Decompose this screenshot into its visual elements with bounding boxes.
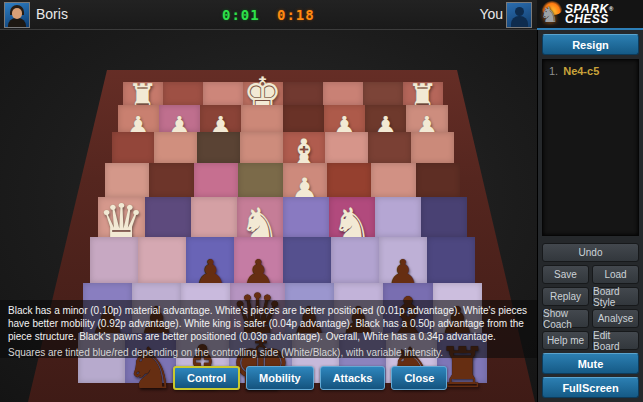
piece-wP-g2[interactable]: ♟ — [168, 119, 191, 133]
square-b1[interactable] — [363, 82, 403, 105]
square-e5[interactable]: ♞ — [237, 197, 283, 237]
left-player-name: Boris — [36, 6, 68, 22]
board-scene: ♜♚♜♟♟♟♟♟♟♝♟♛♞♞♟♟♟♟♟♛♟♟♝♟♞♝♚♞♜ Black has … — [0, 30, 537, 402]
square-c6[interactable] — [331, 237, 379, 283]
avatar-body — [8, 18, 26, 28]
move-number: 1. — [549, 65, 558, 77]
square-b6[interactable]: ♟ — [379, 237, 427, 283]
square-f2[interactable]: ♟ — [200, 105, 241, 132]
mobility-button[interactable]: Mobility — [246, 366, 314, 390]
square-d5[interactable] — [283, 197, 329, 237]
knight-icon: ♞ — [540, 3, 559, 27]
square-f4[interactable] — [194, 163, 238, 197]
sidebar: Resign 1.Ne4-c5 Undo Save Load Replay Bo… — [537, 30, 643, 402]
right-player-name: You — [476, 6, 503, 22]
square-b3[interactable] — [368, 132, 411, 163]
board-rank-5: ♛♞♞ — [98, 197, 467, 237]
top-bar: Boris 0:01 0:18 You — [0, 0, 537, 30]
fullscreen-button[interactable]: FullScreen — [542, 377, 639, 398]
square-a3[interactable] — [411, 132, 454, 163]
piece-wK-e1[interactable]: ♚ — [243, 82, 282, 106]
attacks-button[interactable]: Attacks — [320, 366, 386, 390]
square-g2[interactable]: ♟ — [159, 105, 200, 132]
undo-button[interactable]: Undo — [542, 243, 639, 262]
piece-wP-d4[interactable]: ♟ — [291, 181, 319, 198]
tint-legend-text: Squares are tinted blue/red depending on… — [8, 347, 529, 359]
save-button[interactable]: Save — [542, 265, 589, 284]
move-text: Ne4-c5 — [563, 65, 599, 77]
piece-wP-c2[interactable]: ♟ — [333, 119, 356, 133]
boris-avatar[interactable] — [4, 2, 30, 28]
square-f1[interactable] — [203, 82, 243, 105]
square-h5[interactable]: ♛ — [98, 197, 145, 237]
square-f3[interactable] — [197, 132, 240, 163]
square-h1[interactable]: ♜ — [123, 82, 163, 105]
close-button[interactable]: Close — [391, 366, 447, 390]
piece-wN-e5[interactable]: ♞ — [240, 213, 280, 238]
square-e1[interactable]: ♚ — [243, 82, 283, 105]
square-b4[interactable] — [371, 163, 415, 197]
square-d6[interactable] — [283, 237, 331, 283]
square-e3[interactable] — [240, 132, 283, 163]
square-d4[interactable]: ♟ — [283, 163, 327, 197]
square-h3[interactable] — [112, 132, 155, 163]
board-rank-6: ♟♟♟ — [90, 237, 475, 283]
brand-line2: CHESS — [565, 12, 609, 26]
square-g6[interactable] — [138, 237, 186, 283]
board-style-button[interactable]: Board Style — [592, 287, 639, 306]
board-rank-3: ♝ — [112, 132, 454, 163]
resign-button[interactable]: Resign — [542, 34, 639, 55]
square-f5[interactable] — [191, 197, 237, 237]
square-c3[interactable] — [325, 132, 368, 163]
square-a1[interactable]: ♜ — [403, 82, 443, 105]
control-button[interactable]: Control — [173, 366, 240, 390]
square-c2[interactable]: ♟ — [324, 105, 365, 132]
analysis-text: Black has a minor (0.10p) material advan… — [8, 304, 529, 343]
square-b5[interactable] — [375, 197, 421, 237]
brand-wordmark: SPARK® CHESS — [565, 4, 614, 24]
square-c5[interactable]: ♞ — [329, 197, 375, 237]
piece-wR-a1[interactable]: ♜ — [407, 87, 437, 106]
load-button[interactable]: Load — [592, 265, 639, 284]
square-d2[interactable] — [283, 105, 324, 132]
square-c1[interactable] — [323, 82, 363, 105]
help-me-button[interactable]: Help me — [542, 331, 589, 350]
square-h2[interactable]: ♟ — [118, 105, 159, 132]
square-a4[interactable] — [416, 163, 460, 197]
square-c4[interactable] — [327, 163, 371, 197]
sparkchess-logo: ♞ SPARK® CHESS — [537, 0, 643, 30]
sparkchess-app: Boris 0:01 0:18 You ♞ SPARK® CHESS ♜♚♜♟♟… — [0, 0, 643, 402]
square-h4[interactable] — [105, 163, 149, 197]
piece-wB-d3[interactable]: ♝ — [286, 143, 321, 164]
piece-wP-f2[interactable]: ♟ — [209, 119, 232, 133]
piece-wP-b2[interactable]: ♟ — [374, 119, 397, 133]
square-g1[interactable] — [163, 82, 203, 105]
board-rank-1: ♜♚♜ — [123, 82, 443, 105]
square-b2[interactable]: ♟ — [365, 105, 406, 132]
mute-button[interactable]: Mute — [542, 353, 639, 374]
square-d1[interactable] — [283, 82, 323, 105]
right-clock: 0:18 — [277, 7, 315, 23]
square-a5[interactable] — [421, 197, 467, 237]
analyse-button[interactable]: Analyse — [592, 309, 639, 328]
brand-reg: ® — [609, 6, 614, 12]
square-a2[interactable]: ♟ — [406, 105, 447, 132]
piece-wQ-h5[interactable]: ♛ — [98, 209, 145, 238]
silhouette-body — [511, 16, 528, 28]
square-g5[interactable] — [145, 197, 191, 237]
piece-bP-e6[interactable]: ♟ — [242, 264, 275, 284]
board-rank-2: ♟♟♟♟♟♟ — [118, 105, 448, 132]
square-e4[interactable] — [238, 163, 282, 197]
piece-wR-h1[interactable]: ♜ — [127, 87, 157, 106]
square-a6[interactable] — [427, 237, 475, 283]
piece-wP-a2[interactable]: ♟ — [415, 119, 438, 133]
left-clock: 0:01 — [222, 7, 260, 23]
square-f6[interactable]: ♟ — [186, 237, 234, 283]
you-avatar[interactable] — [506, 2, 532, 28]
move-list[interactable]: 1.Ne4-c5 — [542, 59, 639, 236]
avatar-face — [12, 8, 22, 19]
silhouette-head — [515, 7, 524, 16]
square-g3[interactable] — [154, 132, 197, 163]
show-coach-button[interactable]: Show Coach — [542, 309, 589, 328]
square-d3[interactable]: ♝ — [283, 132, 326, 163]
square-h6[interactable] — [90, 237, 138, 283]
coach-analysis-overlay: Black has a minor (0.10p) material advan… — [0, 300, 537, 358]
piece-wN-c5[interactable]: ♞ — [332, 213, 372, 238]
square-e6[interactable]: ♟ — [234, 237, 282, 283]
board-rank-4: ♟ — [105, 163, 460, 197]
piece-wP-h2[interactable]: ♟ — [126, 119, 149, 133]
knight-flame-icon: ♞ — [539, 1, 565, 27]
square-g4[interactable] — [149, 163, 193, 197]
coach-controls: ControlMobilityAttacksClose — [173, 366, 447, 392]
piece-bP-f6[interactable]: ♟ — [194, 264, 227, 284]
square-e2[interactable] — [241, 105, 282, 132]
replay-button[interactable]: Replay — [542, 287, 589, 306]
piece-bP-b6[interactable]: ♟ — [386, 264, 419, 284]
edit-board-button[interactable]: Edit Board — [592, 331, 639, 350]
